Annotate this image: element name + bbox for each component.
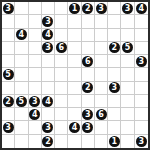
board-cell <box>55 82 68 95</box>
board-cell <box>2 82 15 95</box>
board-cell <box>68 135 81 148</box>
board-cell <box>29 15 42 28</box>
board-cell: 5 <box>15 95 28 108</box>
board-cell <box>135 95 148 108</box>
board-cell: 6 <box>55 42 68 55</box>
board-cell <box>29 2 42 15</box>
board-cell <box>82 95 95 108</box>
board-cell: 1 <box>108 135 121 148</box>
board-cell <box>29 68 42 81</box>
board-cell <box>15 82 28 95</box>
board-cell <box>82 42 95 55</box>
board-cell <box>15 55 28 68</box>
board-cell <box>95 82 108 95</box>
board-cell <box>42 68 55 81</box>
board-cell <box>82 15 95 28</box>
board-cell <box>108 15 121 28</box>
board-cell <box>121 29 134 42</box>
board-cell <box>2 135 15 148</box>
island-0-0[interactable]: 3 <box>3 3 14 14</box>
board-cell <box>135 108 148 121</box>
island-1-3[interactable]: 3 <box>42 16 53 27</box>
board-cell <box>55 121 68 134</box>
board-cell <box>15 108 28 121</box>
board-cell <box>108 121 121 134</box>
board-cell <box>95 68 108 81</box>
board-cell <box>55 55 68 68</box>
board-cell: 6 <box>95 108 108 121</box>
island-3-9[interactable]: 5 <box>122 42 133 53</box>
board-cell: 5 <box>2 68 15 81</box>
board-cell: 4 <box>68 121 81 134</box>
board-cell <box>15 68 28 81</box>
island-9-6[interactable]: 3 <box>82 122 93 133</box>
island-7-1[interactable]: 5 <box>16 96 27 107</box>
island-9-3[interactable]: 3 <box>42 122 53 133</box>
island-3-8[interactable]: 2 <box>109 42 120 53</box>
island-8-6[interactable]: 3 <box>82 109 93 120</box>
board-cell: 2 <box>2 95 15 108</box>
island-10-10[interactable]: 3 <box>136 136 147 147</box>
board-cell: 3 <box>42 121 55 134</box>
board-cell <box>135 15 148 28</box>
board-cell <box>108 55 121 68</box>
board-cell: 2 <box>42 135 55 148</box>
board-cell <box>55 15 68 28</box>
board-cell <box>29 121 42 134</box>
board-cell <box>108 95 121 108</box>
board-cell: 4 <box>42 95 55 108</box>
board-cell <box>135 29 148 42</box>
board-cell: 3 <box>108 82 121 95</box>
board-cell <box>108 68 121 81</box>
board-cell <box>82 135 95 148</box>
board-cell <box>2 108 15 121</box>
board-cell: 4 <box>135 2 148 15</box>
board-cell <box>29 29 42 42</box>
island-2-1[interactable]: 4 <box>16 29 27 40</box>
board-cell <box>15 2 28 15</box>
board-cell <box>42 55 55 68</box>
island-6-6[interactable]: 2 <box>82 82 93 93</box>
board-cell <box>29 55 42 68</box>
board-cell <box>95 135 108 148</box>
board-cell: 3 <box>135 135 148 148</box>
board-cell <box>55 2 68 15</box>
board-cell <box>15 121 28 134</box>
island-8-2[interactable]: 4 <box>29 109 40 120</box>
board-cell <box>55 135 68 148</box>
board-cell: 3 <box>42 42 55 55</box>
island-3-3[interactable]: 3 <box>42 42 53 53</box>
board-cell <box>68 55 81 68</box>
board-cell <box>82 68 95 81</box>
board-cell: 6 <box>82 55 95 68</box>
island-8-7[interactable]: 6 <box>96 109 107 120</box>
board-cell: 4 <box>29 108 42 121</box>
board-cell <box>68 15 81 28</box>
board-cell <box>68 82 81 95</box>
island-0-7[interactable]: 3 <box>96 3 107 14</box>
board-cell <box>121 135 134 148</box>
board-cell <box>121 82 134 95</box>
board-cell: 4 <box>15 29 28 42</box>
board-cell <box>95 15 108 28</box>
board-cell <box>15 15 28 28</box>
board-cell: 2 <box>108 42 121 55</box>
board-cell <box>2 29 15 42</box>
board-cell <box>82 29 95 42</box>
island-0-9[interactable]: 3 <box>122 3 133 14</box>
board-cell <box>135 42 148 55</box>
board-cell <box>95 121 108 134</box>
board-cell: 3 <box>82 121 95 134</box>
board-cell <box>68 29 81 42</box>
board-cell: 3 <box>95 2 108 15</box>
board-cell: 3 <box>29 95 42 108</box>
board-cell <box>108 108 121 121</box>
board-cell <box>29 82 42 95</box>
board-cell <box>29 135 42 148</box>
board-cell <box>135 82 148 95</box>
island-9-0[interactable]: 3 <box>3 122 14 133</box>
board-cell: 3 <box>2 121 15 134</box>
island-7-0[interactable]: 2 <box>3 96 14 107</box>
board-cell <box>2 55 15 68</box>
board-cell <box>95 95 108 108</box>
island-5-0[interactable]: 5 <box>3 69 14 80</box>
island-0-6[interactable]: 2 <box>82 3 93 14</box>
island-10-3[interactable]: 2 <box>42 136 53 147</box>
board-cell <box>55 68 68 81</box>
board-cell <box>29 42 42 55</box>
island-7-2[interactable]: 3 <box>29 96 40 107</box>
island-2-3[interactable]: 4 <box>42 29 53 40</box>
board-cell <box>42 82 55 95</box>
island-7-3[interactable]: 4 <box>42 96 53 107</box>
board-cell <box>121 108 134 121</box>
island-9-5[interactable]: 4 <box>69 122 80 133</box>
hashi-board: 31233434436256352325344363343213 <box>0 0 150 150</box>
board-cell <box>95 55 108 68</box>
board-cell <box>42 2 55 15</box>
island-3-4[interactable]: 6 <box>56 42 67 53</box>
board-cell: 3 <box>42 15 55 28</box>
board-cell <box>15 42 28 55</box>
board-cell: 3 <box>121 2 134 15</box>
board-cell <box>95 29 108 42</box>
board-cell <box>108 29 121 42</box>
board-cell <box>68 42 81 55</box>
board-cell <box>55 108 68 121</box>
board-cell <box>42 108 55 121</box>
board-cell: 1 <box>68 2 81 15</box>
board-cell <box>15 135 28 148</box>
island-6-8[interactable]: 3 <box>109 82 120 93</box>
island-0-10[interactable]: 4 <box>136 3 147 14</box>
island-10-8[interactable]: 1 <box>109 136 120 147</box>
board-cell <box>68 108 81 121</box>
board-cell <box>2 42 15 55</box>
board-cell <box>135 68 148 81</box>
board-cell <box>95 42 108 55</box>
board-cell <box>121 55 134 68</box>
board-cell <box>108 2 121 15</box>
board-cell <box>68 95 81 108</box>
board-cell: 2 <box>82 82 95 95</box>
board-cell <box>68 68 81 81</box>
board-cell: 3 <box>135 55 148 68</box>
board-cell: 3 <box>2 2 15 15</box>
board-cell <box>135 121 148 134</box>
board-cell <box>121 15 134 28</box>
island-4-6[interactable]: 6 <box>82 56 93 67</box>
board-cell <box>55 95 68 108</box>
board-cell <box>121 121 134 134</box>
island-4-10[interactable]: 3 <box>136 56 147 67</box>
board-cell <box>2 15 15 28</box>
board-cell <box>121 95 134 108</box>
board-cell: 4 <box>42 29 55 42</box>
board-cell <box>121 68 134 81</box>
board-cell: 5 <box>121 42 134 55</box>
board-cell: 2 <box>82 2 95 15</box>
board-cell <box>55 29 68 42</box>
board-cell: 3 <box>82 108 95 121</box>
island-0-5[interactable]: 1 <box>69 3 80 14</box>
